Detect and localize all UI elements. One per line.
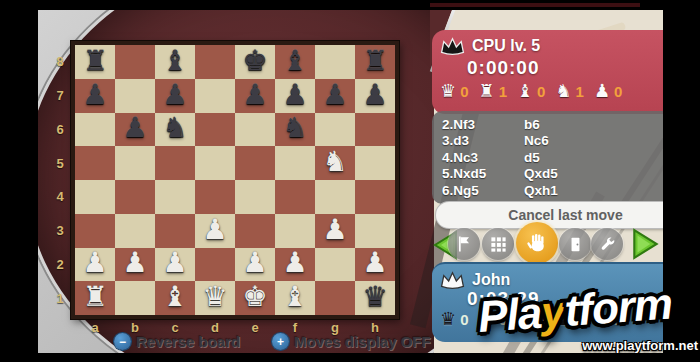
square-c6[interactable]: ♞ xyxy=(155,113,195,147)
square-f5[interactable] xyxy=(275,146,315,180)
square-b3[interactable] xyxy=(115,214,155,248)
square-a6[interactable] xyxy=(75,113,115,147)
cpu-player-panel: CPU lv. 5 0:00:00 ♛0♜1♝0♞1♟0 xyxy=(432,30,663,114)
square-f6[interactable]: ♞ xyxy=(275,113,315,147)
square-a2[interactable]: ♟ xyxy=(75,248,115,282)
black-rook-piece: ♜ xyxy=(362,47,387,75)
white-move: 3.d3 xyxy=(442,133,524,148)
watermark-text: y xyxy=(539,286,566,337)
black-move: Qxd5 xyxy=(524,166,558,181)
move-row-5: 5.Nxd5Qxd5 xyxy=(442,166,663,183)
rank-labels: 87654321 xyxy=(50,45,70,315)
captured-rook-count: 1 xyxy=(499,83,507,100)
rank-label-2: 2 xyxy=(50,248,70,282)
hand-icon xyxy=(526,232,549,255)
square-g1[interactable] xyxy=(315,281,355,315)
square-d2[interactable] xyxy=(195,248,235,282)
settings-wrench-button[interactable] xyxy=(591,228,623,260)
square-c1[interactable]: ♝ xyxy=(155,281,195,315)
square-e8[interactable]: ♚ xyxy=(235,45,275,79)
black-pawn-piece: ♟ xyxy=(162,81,187,109)
square-f7[interactable]: ♟ xyxy=(275,79,315,113)
plus-button-icon: + xyxy=(272,333,289,350)
game-screen: ♜♝♚♝♜♟♟♟♟♟♟♟♞♞♞♟♟♟♟♟♟♟♟♜♝♛♚♝♛ 87654321 a… xyxy=(0,0,700,362)
square-f1[interactable]: ♝ xyxy=(275,281,315,315)
black-move: Nc6 xyxy=(524,133,549,148)
square-g7[interactable]: ♟ xyxy=(315,79,355,113)
moves-display-hint[interactable]: + Moves display OFF xyxy=(272,333,431,350)
square-e1[interactable]: ♚ xyxy=(235,281,275,315)
next-arrow-button[interactable] xyxy=(632,227,660,261)
square-b1[interactable] xyxy=(115,281,155,315)
white-king-piece: ♚ xyxy=(242,283,267,311)
rank-label-4: 4 xyxy=(50,180,70,214)
watermark-url: www.playtform.net xyxy=(538,338,698,353)
rank-label-1: 1 xyxy=(50,281,70,315)
captured-pawn-icon: ♟ xyxy=(594,82,610,100)
white-move: 4.Nc3 xyxy=(442,150,524,165)
captured-knight-count: 1 xyxy=(576,83,584,100)
rank-label-3: 3 xyxy=(50,214,70,248)
square-d3[interactable]: ♟ xyxy=(195,214,235,248)
square-g6[interactable] xyxy=(315,113,355,147)
square-e3[interactable] xyxy=(235,214,275,248)
black-queen-piece: ♛ xyxy=(362,283,387,311)
square-h4[interactable] xyxy=(355,180,395,214)
video-artifact xyxy=(430,3,640,7)
square-h8[interactable]: ♜ xyxy=(355,45,395,79)
move-row-2: 2.Nf3b6 xyxy=(442,116,663,133)
resign-flag-button[interactable] xyxy=(448,228,480,260)
white-pawn-piece: ♟ xyxy=(82,249,107,277)
square-e2[interactable]: ♟ xyxy=(235,248,275,282)
black-pawn-piece: ♟ xyxy=(282,81,307,109)
chess-board[interactable]: ♜♝♚♝♜♟♟♟♟♟♟♟♞♞♞♟♟♟♟♟♟♟♟♜♝♛♚♝♛ xyxy=(71,41,399,319)
reverse-board-hint[interactable]: − Reverse board xyxy=(114,333,240,350)
black-bishop-piece: ♝ xyxy=(162,47,187,75)
black-bishop-piece: ♝ xyxy=(282,47,307,75)
square-f2[interactable]: ♟ xyxy=(275,248,315,282)
square-h2[interactable]: ♟ xyxy=(355,248,395,282)
black-pawn-piece: ♟ xyxy=(122,114,147,142)
white-bishop-piece: ♝ xyxy=(162,283,187,311)
flag-icon xyxy=(454,234,474,254)
square-g5[interactable]: ♞ xyxy=(315,146,355,180)
door-icon xyxy=(566,235,585,254)
black-move: b6 xyxy=(524,117,540,132)
cancel-move-button[interactable] xyxy=(516,222,558,264)
white-move: 2.Nf3 xyxy=(442,117,524,132)
reverse-board-label: Reverse board xyxy=(136,333,240,350)
square-g8[interactable] xyxy=(315,45,355,79)
square-h6[interactable] xyxy=(355,113,395,147)
square-g2[interactable] xyxy=(315,248,355,282)
board-view-button[interactable] xyxy=(482,228,514,260)
square-d1[interactable]: ♛ xyxy=(195,281,235,315)
white-queen-piece: ♛ xyxy=(202,283,227,311)
move-list-panel[interactable]: 2.Nf3b63.d3Nc64.Nc3d55.Nxd5Qxd56.Ng5Qxh1 xyxy=(432,111,663,204)
square-a3[interactable] xyxy=(75,214,115,248)
white-move: 5.Nxd5 xyxy=(442,166,524,181)
cpu-captured-pieces: ♛0♜1♝0♞1♟0 xyxy=(440,82,663,100)
square-e5[interactable] xyxy=(235,146,275,180)
exit-door-button[interactable] xyxy=(559,228,591,260)
square-b4[interactable] xyxy=(115,180,155,214)
watermark-text: tform xyxy=(563,279,674,335)
square-b5[interactable] xyxy=(115,146,155,180)
move-rows: 2.Nf3b63.d3Nc64.Nc3d55.Nxd5Qxd56.Ng5Qxh1 xyxy=(442,116,663,199)
cpu-name: CPU lv. 5 xyxy=(472,37,540,55)
black-move: Qxh1 xyxy=(524,183,558,198)
square-g4[interactable] xyxy=(315,180,355,214)
black-pawn-piece: ♟ xyxy=(82,81,107,109)
wrench-icon xyxy=(598,235,617,254)
black-pawn-piece: ♟ xyxy=(362,81,387,109)
black-king-piece: ♚ xyxy=(242,47,267,75)
watermark-text: Pla xyxy=(477,288,543,341)
square-f4[interactable] xyxy=(275,180,315,214)
black-knight-piece: ♞ xyxy=(162,114,187,142)
white-pawn-piece: ♟ xyxy=(282,249,307,277)
square-a7[interactable]: ♟ xyxy=(75,79,115,113)
tooltip-label: Cancel last move xyxy=(508,207,622,223)
square-a1[interactable]: ♜ xyxy=(75,281,115,315)
black-knight-piece: ♞ xyxy=(282,114,307,142)
square-a5[interactable] xyxy=(75,146,115,180)
black-pawn-piece: ♟ xyxy=(322,81,347,109)
board-grid-icon xyxy=(489,235,508,254)
white-rook-piece: ♜ xyxy=(82,283,107,311)
square-b8[interactable] xyxy=(115,45,155,79)
square-b6[interactable]: ♟ xyxy=(115,113,155,147)
rank-label-7: 7 xyxy=(50,79,70,113)
white-crown-icon xyxy=(439,269,466,293)
square-d7[interactable] xyxy=(195,79,235,113)
square-c8[interactable]: ♝ xyxy=(155,45,195,79)
square-c4[interactable] xyxy=(155,180,195,214)
white-pawn-piece: ♟ xyxy=(162,249,187,277)
square-f3[interactable] xyxy=(275,214,315,248)
square-b7[interactable] xyxy=(115,79,155,113)
square-g3[interactable]: ♟ xyxy=(315,214,355,248)
moves-display-label: Moves display OFF xyxy=(294,333,431,350)
cancel-last-move-tooltip: Cancel last move xyxy=(436,202,663,228)
move-row-4: 4.Nc3d5 xyxy=(442,149,663,166)
square-c7[interactable]: ♟ xyxy=(155,79,195,113)
cpu-clock: 0:00:00 xyxy=(467,57,540,79)
white-pawn-piece: ♟ xyxy=(242,249,267,277)
square-h1[interactable]: ♛ xyxy=(355,281,395,315)
rank-label-6: 6 xyxy=(50,113,70,147)
captured-rook-icon: ♜ xyxy=(478,82,494,100)
file-label-a: a xyxy=(75,319,115,335)
square-h7[interactable]: ♟ xyxy=(355,79,395,113)
black-pawn-piece: ♟ xyxy=(242,81,267,109)
white-knight-piece: ♞ xyxy=(322,148,347,176)
square-d4[interactable] xyxy=(195,180,235,214)
square-a8[interactable]: ♜ xyxy=(75,45,115,79)
white-pawn-piece: ♟ xyxy=(202,216,227,244)
black-move: d5 xyxy=(524,150,540,165)
square-c2[interactable]: ♟ xyxy=(155,248,195,282)
human-name: John xyxy=(472,271,510,289)
minus-button-icon: − xyxy=(114,333,131,350)
square-a4[interactable] xyxy=(75,180,115,214)
square-h3[interactable] xyxy=(355,214,395,248)
board-grid: ♜♝♚♝♜♟♟♟♟♟♟♟♞♞♞♟♟♟♟♟♟♟♟♜♝♛♚♝♛ xyxy=(75,45,395,315)
square-e4[interactable] xyxy=(235,180,275,214)
square-h5[interactable] xyxy=(355,146,395,180)
captured-knight-icon: ♞ xyxy=(555,82,571,100)
white-bishop-piece: ♝ xyxy=(282,283,307,311)
file-label-e: e xyxy=(235,319,275,335)
move-row-6: 6.Ng5Qxh1 xyxy=(442,182,663,199)
move-row-3: 3.d3Nc6 xyxy=(442,133,663,150)
square-e6[interactable] xyxy=(235,113,275,147)
captured-queen-icon: ♛ xyxy=(440,82,456,100)
captured-queen-icon: ♛ xyxy=(440,310,456,328)
square-e7[interactable]: ♟ xyxy=(235,79,275,113)
rank-label-5: 5 xyxy=(50,146,70,180)
captured-bishop-icon: ♝ xyxy=(517,82,533,100)
captured-queen-count: 0 xyxy=(460,311,468,328)
square-c5[interactable] xyxy=(155,146,195,180)
captured-pawn-count: 0 xyxy=(614,83,622,100)
square-f8[interactable]: ♝ xyxy=(275,45,315,79)
white-move: 6.Ng5 xyxy=(442,183,524,198)
captured-bishop-count: 0 xyxy=(537,83,545,100)
white-pawn-piece: ♟ xyxy=(322,216,347,244)
black-crown-icon xyxy=(439,35,466,59)
white-pawn-piece: ♟ xyxy=(362,249,387,277)
white-pawn-piece: ♟ xyxy=(122,249,147,277)
square-d6[interactable] xyxy=(195,113,235,147)
black-rook-piece: ♜ xyxy=(82,47,107,75)
square-d8[interactable] xyxy=(195,45,235,79)
square-b2[interactable]: ♟ xyxy=(115,248,155,282)
square-c3[interactable] xyxy=(155,214,195,248)
captured-queen-count: 0 xyxy=(460,83,468,100)
rank-label-8: 8 xyxy=(50,45,70,79)
square-d5[interactable] xyxy=(195,146,235,180)
